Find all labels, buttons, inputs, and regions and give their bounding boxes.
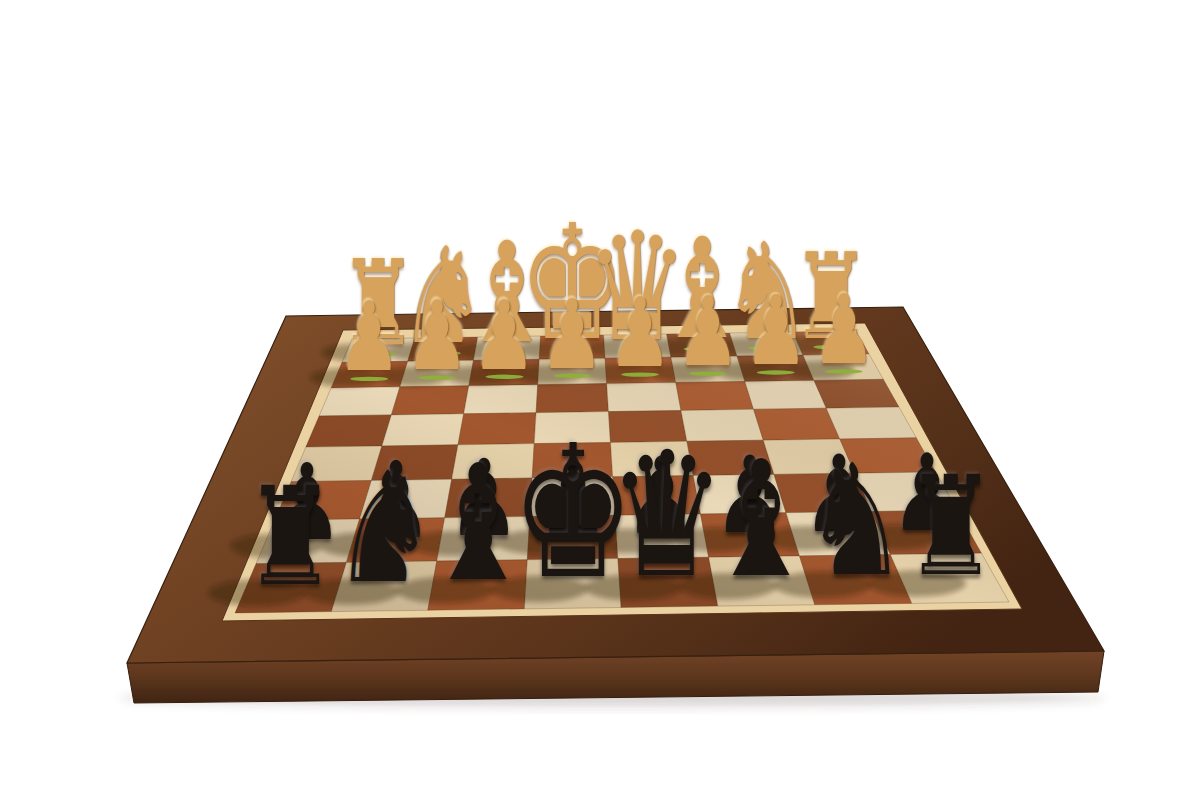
square-g4 [382,414,464,446]
square-h3 [319,387,400,416]
square-c5 [687,440,774,475]
piece-shadow [302,578,399,604]
square-e6 [530,477,615,517]
square-h4 [306,415,392,447]
piece-shadow [774,572,872,598]
felt-base [486,375,524,379]
felt-base [684,347,720,351]
felt-base [621,372,659,376]
square-b5 [763,439,855,474]
piece-shadow [761,526,853,551]
square-f5 [452,444,535,480]
square-d6 [613,476,701,516]
square-c4 [681,409,763,441]
chess-set-photo: ♜♞♝♚♛♝♞♜♟♟♟♟♟♟♟♟♟♟♟♟♟♟♟♟♜♞♝♚♛♝♞♜ [0,0,1200,800]
felt-base [619,348,655,352]
square-g3 [391,386,468,415]
square-h5 [291,446,382,482]
piece-shadow [495,530,586,555]
piece-shadow [208,580,305,606]
piece-shadow [407,531,498,556]
felt-base [813,345,849,349]
square-f4 [458,413,536,445]
square-e5 [532,443,613,479]
piece-shadow [585,574,682,600]
piece-shadow [850,525,942,550]
piece-shadow [396,577,493,603]
square-g6 [360,479,452,519]
square-c6 [693,474,786,514]
felt-base [554,349,590,353]
chessboard [0,0,1200,800]
piece-shadow [319,532,410,557]
piece-shadow [672,527,764,552]
felt-base [360,352,396,356]
square-f6 [445,478,533,518]
felt-base [418,376,456,380]
felt-base [757,370,795,374]
square-b4 [754,408,840,440]
square-e4 [534,412,610,444]
square-d4 [609,411,687,443]
square-h6 [275,481,372,521]
felt-base [490,350,526,354]
felt-base [350,377,388,381]
felt-base [553,374,591,378]
square-c3 [676,382,754,411]
square-e3 [536,384,608,413]
piece-shadow [679,573,777,599]
felt-base [689,371,727,375]
square-d3 [607,383,681,412]
piece-shadow [490,576,587,602]
felt-base [825,369,863,373]
piece-shadow [584,529,675,554]
square-g5 [371,445,458,481]
piece-shadow [868,570,966,596]
piece-shadow [230,534,321,559]
square-d5 [611,441,694,477]
square-b3 [745,380,826,409]
felt-base [749,346,785,350]
square-b6 [774,473,872,513]
square-f3 [464,385,538,414]
felt-base [425,351,461,355]
